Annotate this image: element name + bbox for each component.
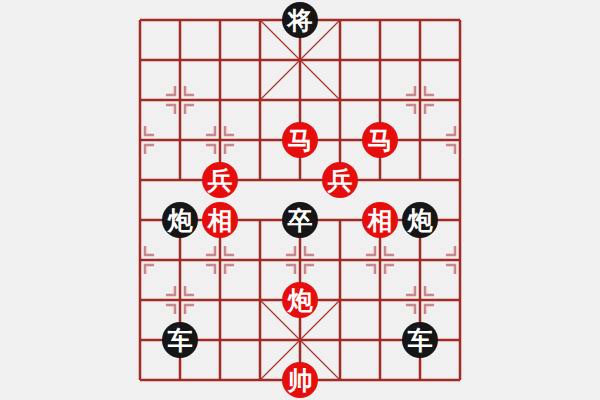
piece-red-soldier[interactable]: 兵	[202, 162, 238, 198]
piece-red-horse[interactable]: 马	[282, 122, 318, 158]
piece-black-cannon[interactable]: 炮	[402, 202, 438, 238]
piece-red-elephant[interactable]: 相	[362, 202, 398, 238]
xiangqi-piece-grid: 将马马兵兵炮相卒相炮炮车车帅	[120, 0, 480, 400]
piece-red-elephant[interactable]: 相	[202, 202, 238, 238]
piece-red-soldier[interactable]: 兵	[322, 162, 358, 198]
xiangqi-diagram: 将马马兵兵炮相卒相炮炮车车帅	[0, 0, 600, 400]
piece-black-soldier[interactable]: 卒	[282, 202, 318, 238]
piece-red-horse[interactable]: 马	[362, 122, 398, 158]
piece-red-general[interactable]: 帅	[282, 362, 318, 398]
piece-black-cannon[interactable]: 炮	[162, 202, 198, 238]
piece-black-chariot[interactable]: 车	[402, 322, 438, 358]
piece-black-chariot[interactable]: 车	[162, 322, 198, 358]
piece-black-general[interactable]: 将	[282, 2, 318, 38]
piece-red-cannon[interactable]: 炮	[282, 282, 318, 318]
